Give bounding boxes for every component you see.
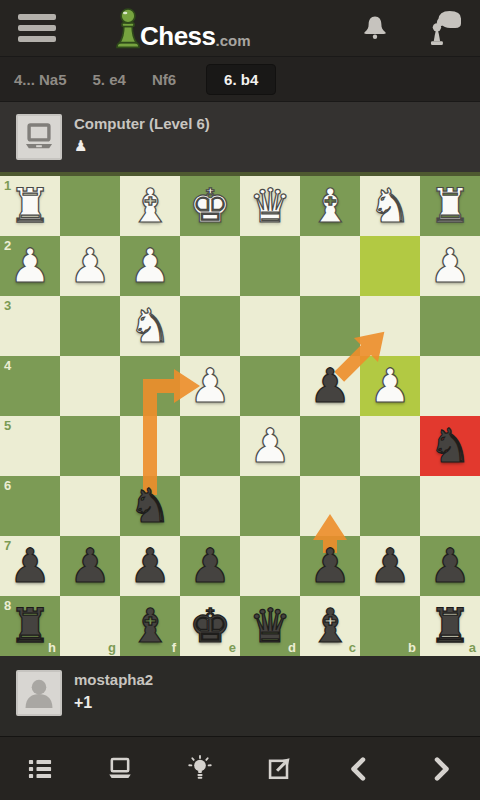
rank-label-4: 4 — [4, 358, 11, 373]
white-queen-d1[interactable]: ♛ — [249, 176, 291, 236]
black-bishop-c8[interactable]: ♝ — [309, 596, 351, 656]
square-f8[interactable]: ♝f — [120, 596, 180, 656]
vs-computer-icon[interactable] — [100, 749, 140, 789]
square-d7[interactable] — [240, 536, 300, 596]
square-c2[interactable] — [300, 236, 360, 296]
menu-icon[interactable] — [18, 14, 56, 42]
square-h1[interactable]: ♜1 — [0, 176, 60, 236]
white-king-e1[interactable]: ♚ — [189, 176, 231, 236]
black-queen-d8[interactable]: ♛ — [249, 596, 291, 656]
square-c3[interactable] — [300, 296, 360, 356]
black-king-e8[interactable]: ♚ — [189, 596, 231, 656]
move-item[interactable]: 4... Na5 — [14, 71, 67, 88]
white-bishop-c1[interactable]: ♝ — [309, 176, 351, 236]
square-c4[interactable]: ♟ — [300, 356, 360, 416]
square-b5[interactable] — [360, 416, 420, 476]
bottom-player-bar: mostapha2 +1 — [0, 656, 480, 736]
file-label-f: f — [172, 640, 176, 655]
square-e4[interactable]: ♟ — [180, 356, 240, 416]
bottom-player-name: mostapha2 — [74, 670, 153, 689]
square-a5[interactable]: ♞ — [420, 416, 480, 476]
square-b8[interactable]: b — [360, 596, 420, 656]
material-score: +1 — [74, 693, 153, 713]
square-h8[interactable]: ♜8h — [0, 596, 60, 656]
square-d2[interactable] — [240, 236, 300, 296]
square-d5[interactable]: ♟ — [240, 416, 300, 476]
square-f7[interactable]: ♟ — [120, 536, 180, 596]
black-rook-a8[interactable]: ♜ — [429, 596, 471, 656]
next-move-icon[interactable] — [420, 749, 460, 789]
top-player-bar: Computer (Level 6) ♟ — [0, 102, 480, 172]
square-a7[interactable]: ♟ — [420, 536, 480, 596]
white-pawn-g2[interactable]: ♟ — [69, 236, 111, 296]
square-e6[interactable] — [180, 476, 240, 536]
chess-board: ♜1♝♚♛♝♞♜♟2♟♟♟3♞4♟♟♟5♟♞6♞♟7♟♟♟♟♟♟♜8hg♝f♚e… — [0, 176, 480, 656]
square-h7[interactable]: ♟7 — [0, 536, 60, 596]
file-label-g: g — [108, 640, 116, 655]
square-g1[interactable] — [60, 176, 120, 236]
top-player-name: Computer (Level 6) — [74, 114, 210, 133]
square-e8[interactable]: ♚e — [180, 596, 240, 656]
black-pawn-g7[interactable]: ♟ — [69, 536, 111, 596]
white-knight-f3[interactable]: ♞ — [129, 296, 171, 356]
square-b4[interactable]: ♟ — [360, 356, 420, 416]
square-g5[interactable] — [60, 416, 120, 476]
black-knight-a5[interactable]: ♞ — [429, 416, 471, 476]
logo-suffix-text: .com — [216, 32, 251, 49]
square-h5[interactable]: 5 — [0, 416, 60, 476]
black-rook-h8[interactable]: ♜ — [9, 596, 51, 656]
square-f2[interactable]: ♟ — [120, 236, 180, 296]
previous-move-icon[interactable] — [340, 749, 380, 789]
square-a2[interactable]: ♟ — [420, 236, 480, 296]
square-c5[interactable] — [300, 416, 360, 476]
square-a8[interactable]: ♜a — [420, 596, 480, 656]
chess-app: Chess .com 4... Na5 — [0, 0, 480, 800]
black-pawn-b7[interactable]: ♟ — [369, 536, 411, 596]
user-avatar[interactable] — [16, 670, 62, 716]
black-pawn-c7[interactable]: ♟ — [309, 536, 351, 596]
black-pawn-a7[interactable]: ♟ — [429, 536, 471, 596]
square-e2[interactable] — [180, 236, 240, 296]
computer-avatar[interactable] — [16, 114, 62, 160]
square-c6[interactable] — [300, 476, 360, 536]
header-actions — [360, 0, 480, 56]
black-pawn-e7[interactable]: ♟ — [189, 536, 231, 596]
square-a1[interactable]: ♜ — [420, 176, 480, 236]
square-b1[interactable]: ♞ — [360, 176, 420, 236]
rank-label-3: 3 — [4, 298, 11, 313]
square-d8[interactable]: ♛d — [240, 596, 300, 656]
square-f1[interactable]: ♝ — [120, 176, 180, 236]
person-icon — [20, 674, 58, 712]
moves-list-icon[interactable] — [20, 749, 60, 789]
logo-brand-text: Chess — [140, 23, 216, 49]
white-rook-a1[interactable]: ♜ — [429, 176, 471, 236]
square-a6[interactable] — [420, 476, 480, 536]
square-c7[interactable]: ♟ — [300, 536, 360, 596]
square-f6[interactable]: ♞ — [120, 476, 180, 536]
square-c8[interactable]: ♝c — [300, 596, 360, 656]
notifications-bell-icon[interactable] — [360, 13, 390, 43]
header: Chess .com — [0, 0, 480, 56]
move-list-bar: 4... Na5 5. e4 Nf6 6. b4 — [0, 56, 480, 102]
square-g3[interactable] — [60, 296, 120, 356]
square-b6[interactable] — [360, 476, 420, 536]
black-knight-f6[interactable]: ♞ — [129, 476, 171, 536]
square-h3[interactable]: 3 — [0, 296, 60, 356]
laptop-icon — [21, 120, 57, 154]
flip-expand-icon[interactable] — [260, 749, 300, 789]
game-toolbar — [0, 736, 480, 800]
square-d6[interactable] — [240, 476, 300, 536]
white-rook-h1[interactable]: ♜ — [9, 176, 51, 236]
rank-label-6: 6 — [4, 478, 11, 493]
move-item[interactable]: 5. e4 — [93, 71, 126, 88]
white-pawn-d5[interactable]: ♟ — [249, 416, 291, 476]
square-h6[interactable]: 6 — [0, 476, 60, 536]
black-pawn-f7[interactable]: ♟ — [129, 536, 171, 596]
black-bishop-f8[interactable]: ♝ — [129, 596, 171, 656]
move-item[interactable]: Nf6 — [152, 71, 176, 88]
white-pawn-h2[interactable]: ♟ — [9, 236, 51, 296]
white-pawn-f2[interactable]: ♟ — [129, 236, 171, 296]
square-f5[interactable] — [120, 416, 180, 476]
hint-lightbulb-icon[interactable] — [180, 749, 220, 789]
square-e7[interactable]: ♟ — [180, 536, 240, 596]
white-knight-b1[interactable]: ♞ — [369, 176, 411, 236]
bottom-player-info: mostapha2 +1 — [74, 670, 153, 713]
square-a4[interactable] — [420, 356, 480, 416]
square-f4[interactable] — [120, 356, 180, 416]
square-g4[interactable] — [60, 356, 120, 416]
square-b7[interactable]: ♟ — [360, 536, 420, 596]
square-h4[interactable]: 4 — [0, 356, 60, 416]
square-h2[interactable]: ♟2 — [0, 236, 60, 296]
square-b2[interactable] — [360, 236, 420, 296]
square-e3[interactable] — [180, 296, 240, 356]
play-hand-pawn-icon[interactable] — [420, 9, 464, 47]
square-d3[interactable] — [240, 296, 300, 356]
white-pawn-e4[interactable]: ♟ — [189, 356, 231, 416]
file-label-b: b — [408, 640, 416, 655]
square-e5[interactable] — [180, 416, 240, 476]
move-item-current[interactable]: 6. b4 — [206, 64, 276, 95]
top-player-info: Computer (Level 6) ♟ — [74, 114, 210, 156]
square-d4[interactable] — [240, 356, 300, 416]
square-g8[interactable]: g — [60, 596, 120, 656]
square-g7[interactable]: ♟ — [60, 536, 120, 596]
square-c1[interactable]: ♝ — [300, 176, 360, 236]
square-g6[interactable] — [60, 476, 120, 536]
black-pawn-c4[interactable]: ♟ — [309, 356, 351, 416]
white-pawn-a2[interactable]: ♟ — [429, 236, 471, 296]
square-b3[interactable] — [360, 296, 420, 356]
chesscom-logo[interactable]: Chess .com — [112, 7, 251, 49]
square-f3[interactable]: ♞ — [120, 296, 180, 356]
square-e1[interactable]: ♚ — [180, 176, 240, 236]
captured-pawn-icon: ♟ — [74, 136, 210, 156]
white-pawn-b4[interactable]: ♟ — [369, 356, 411, 416]
white-bishop-f1[interactable]: ♝ — [129, 176, 171, 236]
square-a3[interactable] — [420, 296, 480, 356]
square-g2[interactable]: ♟ — [60, 236, 120, 296]
square-d1[interactable]: ♛ — [240, 176, 300, 236]
black-pawn-h7[interactable]: ♟ — [9, 536, 51, 596]
rank-label-5: 5 — [4, 418, 11, 433]
